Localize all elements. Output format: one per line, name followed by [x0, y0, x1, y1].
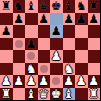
square-a2[interactable]: ♟: [0, 75, 13, 88]
square-h2[interactable]: ♟: [88, 75, 101, 88]
white-pawn[interactable]: ♟: [26, 75, 37, 87]
white-rook[interactable]: ♜: [1, 88, 12, 100]
square-c7[interactable]: [25, 13, 38, 26]
square-a6[interactable]: ♟: [0, 25, 13, 38]
black-rook[interactable]: ♜: [1, 0, 12, 12]
square-c6[interactable]: [25, 25, 38, 38]
square-f5[interactable]: [63, 38, 76, 51]
square-f4[interactable]: [63, 50, 76, 63]
square-h4[interactable]: [88, 50, 101, 63]
white-king[interactable]: ♚: [51, 88, 62, 100]
square-h7[interactable]: ♟: [88, 13, 101, 26]
square-c8[interactable]: ♝: [25, 0, 38, 13]
square-a3[interactable]: [0, 63, 13, 76]
square-b2[interactable]: ♟: [13, 75, 26, 88]
square-g5[interactable]: [75, 38, 88, 51]
square-g1[interactable]: [75, 88, 88, 101]
legal-move-hint[interactable]: [52, 77, 60, 85]
square-d5[interactable]: [38, 38, 51, 51]
square-e3[interactable]: [50, 63, 63, 76]
square-b7[interactable]: ♟: [13, 13, 26, 26]
black-knight[interactable]: ♞: [76, 0, 87, 12]
square-d2[interactable]: ♟: [38, 75, 51, 88]
white-knight[interactable]: ♞: [26, 63, 37, 75]
square-e4[interactable]: ♟: [50, 50, 63, 63]
square-c4[interactable]: [25, 50, 38, 63]
square-d6[interactable]: [38, 25, 51, 38]
black-bishop[interactable]: ♝: [26, 0, 37, 12]
square-c1[interactable]: ♝: [25, 88, 38, 101]
square-f3[interactable]: ♞: [63, 63, 76, 76]
black-pawn[interactable]: ♟: [38, 13, 49, 25]
black-pawn[interactable]: ♟: [1, 25, 12, 37]
square-e7[interactable]: [50, 13, 63, 26]
square-d7[interactable]: ♟: [38, 13, 51, 26]
white-pawn[interactable]: ♟: [1, 75, 12, 87]
square-h5[interactable]: [88, 38, 101, 51]
square-b1[interactable]: [13, 88, 26, 101]
white-pawn[interactable]: ♟: [88, 75, 99, 87]
white-pawn[interactable]: ♟: [13, 75, 24, 87]
square-h6[interactable]: [88, 25, 101, 38]
black-king[interactable]: ♚: [51, 0, 62, 12]
square-b6[interactable]: [13, 25, 26, 38]
black-pawn[interactable]: ♟: [26, 38, 37, 50]
square-g7[interactable]: ♟: [75, 13, 88, 26]
black-pawn[interactable]: ♟: [63, 13, 74, 25]
square-g6[interactable]: [75, 25, 88, 38]
white-pawn[interactable]: ♟: [63, 75, 74, 87]
square-d1[interactable]: ♛: [38, 88, 51, 101]
square-e1[interactable]: ♚: [50, 88, 63, 101]
square-g2[interactable]: ♟: [75, 75, 88, 88]
white-bishop[interactable]: ♝: [63, 88, 74, 100]
white-knight[interactable]: ♞: [63, 63, 74, 75]
legal-move-hint[interactable]: [15, 40, 23, 48]
black-pawn[interactable]: ♟: [88, 13, 99, 25]
white-pawn[interactable]: ♟: [76, 75, 87, 87]
chess-board: ♜♞♝♛♚♝♞♜♟♟♟♟♟♟♟♟♟♞♞♟♟♟♟♟♟♟♜♝♛♚♝♜: [0, 0, 100, 100]
square-g8[interactable]: ♞: [75, 0, 88, 13]
square-a4[interactable]: [0, 50, 13, 63]
white-rook[interactable]: ♜: [88, 88, 99, 100]
square-c3[interactable]: ♞: [25, 63, 38, 76]
black-rook[interactable]: ♜: [88, 0, 99, 12]
white-pawn[interactable]: ♟: [51, 50, 62, 62]
square-c5[interactable]: ♟: [25, 38, 38, 51]
square-f8[interactable]: ♝: [63, 0, 76, 13]
square-f2[interactable]: ♟: [63, 75, 76, 88]
square-a1[interactable]: ♜: [0, 88, 13, 101]
square-h1[interactable]: ♜: [88, 88, 101, 101]
square-h3[interactable]: [88, 63, 101, 76]
black-pawn[interactable]: ♟: [51, 25, 62, 37]
square-b4[interactable]: [13, 50, 26, 63]
square-f1[interactable]: ♝: [63, 88, 76, 101]
square-g3[interactable]: [75, 63, 88, 76]
square-b3[interactable]: [13, 63, 26, 76]
square-f6[interactable]: [63, 25, 76, 38]
legal-move-hint[interactable]: [27, 52, 35, 60]
square-b8[interactable]: ♞: [13, 0, 26, 13]
square-e5[interactable]: [50, 38, 63, 51]
square-g4[interactable]: [75, 50, 88, 63]
white-queen[interactable]: ♛: [38, 88, 49, 100]
black-bishop[interactable]: ♝: [63, 0, 74, 12]
black-pawn[interactable]: ♟: [76, 13, 87, 25]
square-d8[interactable]: ♛: [38, 0, 51, 13]
square-e6[interactable]: ♟: [50, 25, 63, 38]
square-d3[interactable]: [38, 63, 51, 76]
black-queen[interactable]: ♛: [38, 0, 49, 12]
square-e8[interactable]: ♚: [50, 0, 63, 13]
square-f7[interactable]: ♟: [63, 13, 76, 26]
square-c2[interactable]: ♟: [25, 75, 38, 88]
square-a5[interactable]: [0, 38, 13, 51]
square-a8[interactable]: ♜: [0, 0, 13, 13]
black-knight[interactable]: ♞: [13, 0, 24, 12]
white-pawn[interactable]: ♟: [38, 75, 49, 87]
square-d4[interactable]: [38, 50, 51, 63]
legal-move-hint[interactable]: [40, 65, 48, 73]
black-pawn[interactable]: ♟: [13, 13, 24, 25]
square-b5[interactable]: [13, 38, 26, 51]
white-bishop[interactable]: ♝: [26, 88, 37, 100]
square-h8[interactable]: ♜: [88, 0, 101, 13]
square-e2[interactable]: [50, 75, 63, 88]
square-a7[interactable]: [0, 13, 13, 26]
